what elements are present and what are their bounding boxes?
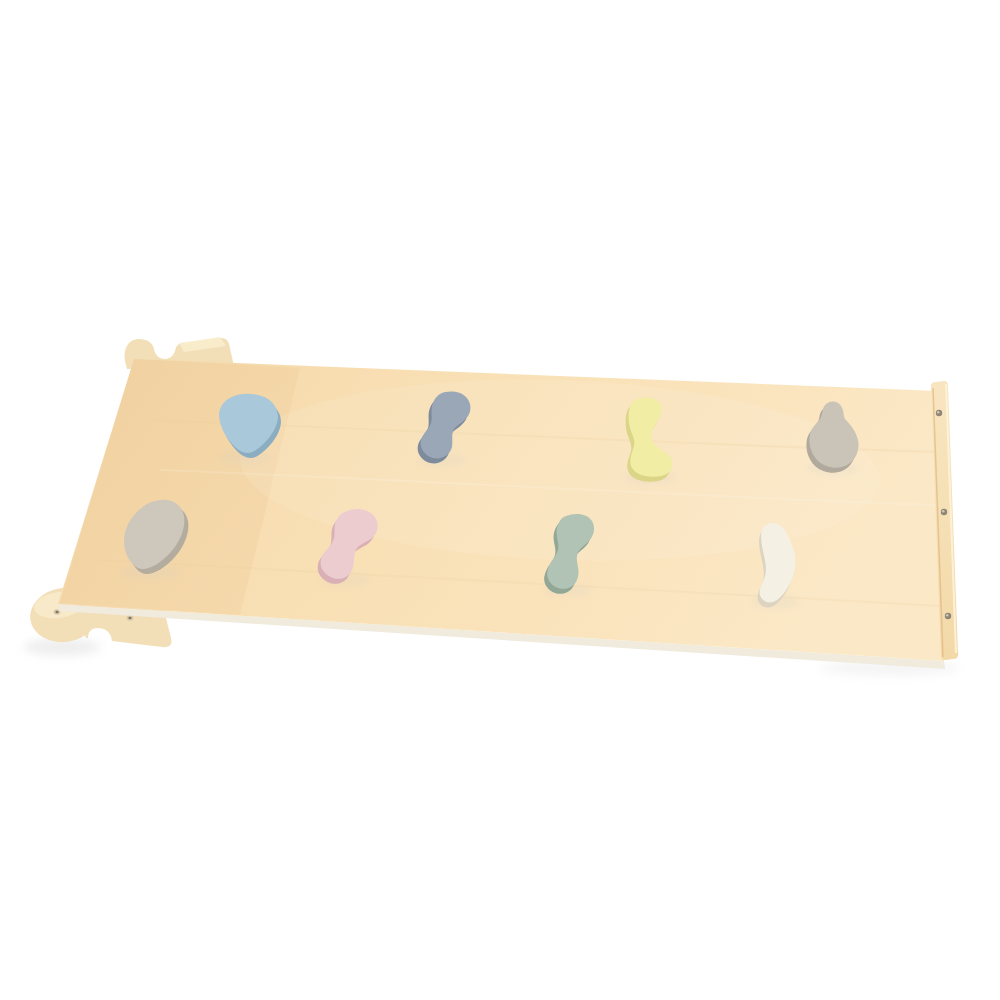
product-photo [0, 0, 1000, 1000]
rail-screw-1 [936, 410, 942, 416]
screw-hole-center [55, 611, 58, 614]
screw-glint [942, 510, 945, 513]
climbing-board-illustration [0, 0, 1000, 1000]
screw-glint [946, 614, 949, 617]
screw-hole-center [128, 617, 131, 620]
bottom-hook-screw-hole-2 [127, 615, 134, 621]
rail-screw-2 [941, 509, 947, 515]
screw-glint [937, 411, 940, 414]
rail-screw-3 [945, 613, 951, 619]
